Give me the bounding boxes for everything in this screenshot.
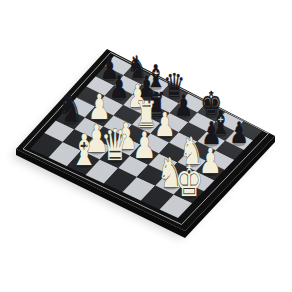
piece-black-pawn-e7[interactable]: ♟ <box>174 88 194 122</box>
piece-glyph-knight: ♞ <box>57 85 83 130</box>
chess-board: ♞♟♝♛♟♟♟♚♟♜♟♞♜♝♟♟♟♟♟♟♛♞♝♟♞♚ <box>0 0 292 292</box>
piece-glyph-bishop: ♝ <box>70 125 99 175</box>
piece-white-king-h2[interactable]: ♚ <box>175 156 204 206</box>
piece-glyph-pawn: ♟ <box>132 123 156 166</box>
piece-white-bishop-c1[interactable]: ♝ <box>70 125 99 175</box>
piece-white-pawn-e5[interactable]: ♟ <box>154 105 176 144</box>
piece-glyph-pawn: ♟ <box>108 69 129 107</box>
piece-black-pawn-b6[interactable]: ♟ <box>108 69 129 107</box>
piece-glyph-queen: ♛ <box>101 121 130 171</box>
piece-glyph-pawn: ♟ <box>174 88 194 122</box>
piece-white-queen-d2[interactable]: ♛ <box>101 121 130 171</box>
piece-black-pawn-h7[interactable]: ♟ <box>229 116 249 150</box>
piece-black-knight-a3[interactable]: ♞ <box>57 85 83 130</box>
piece-glyph-pawn: ♟ <box>229 116 249 150</box>
piece-glyph-pawn: ♟ <box>154 105 176 144</box>
piece-glyph-king: ♚ <box>175 156 204 206</box>
piece-white-pawn-e3[interactable]: ♟ <box>132 123 156 166</box>
chess-set-photo: ♞♟♝♛♟♟♟♚♟♜♟♞♜♝♟♟♟♟♟♟♛♞♝♟♞♚ <box>0 0 292 292</box>
